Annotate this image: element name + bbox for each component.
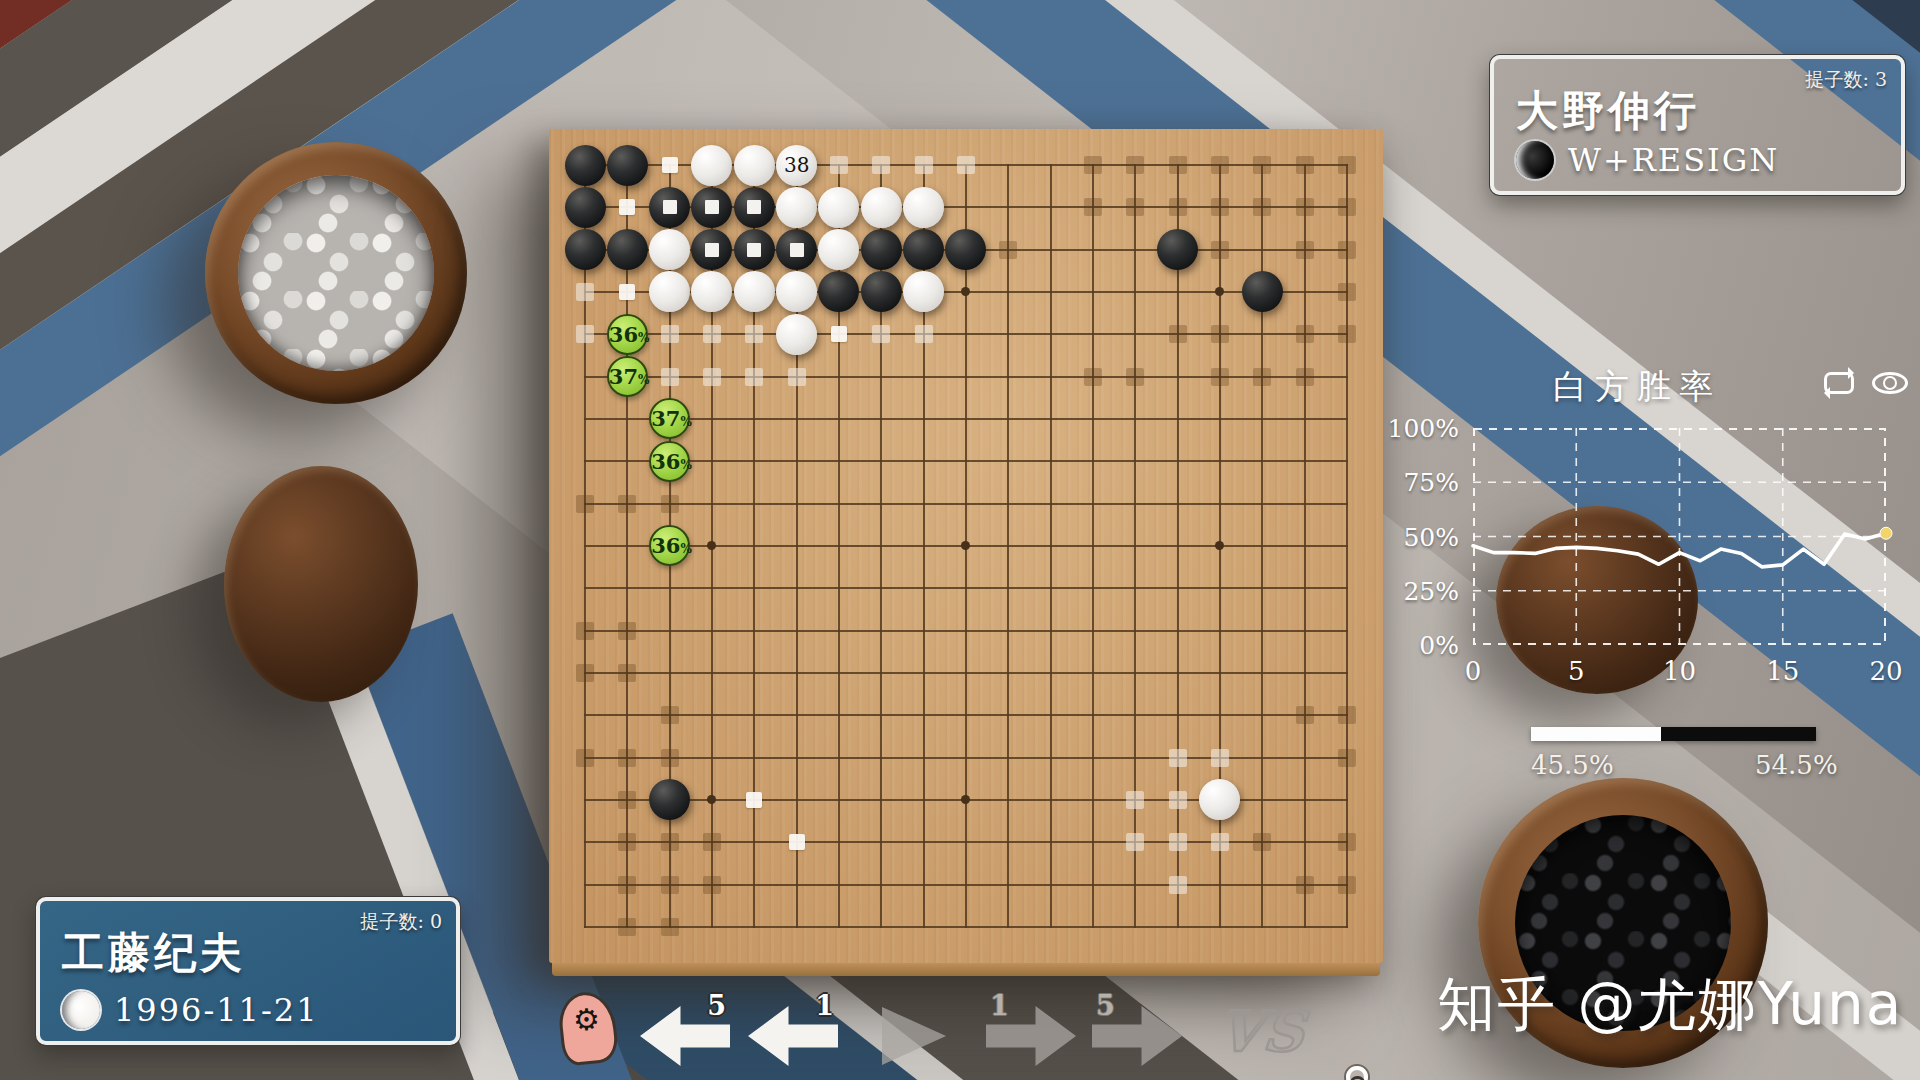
- star-point: [707, 541, 716, 550]
- x-tick-label: 5: [1554, 656, 1598, 686]
- white-point-mark: [619, 284, 635, 300]
- black-ownership-mark: [1169, 198, 1187, 216]
- black-ownership-mark: [618, 791, 636, 809]
- black-stone: [565, 229, 606, 270]
- black-ownership-mark: [1126, 198, 1144, 216]
- grid-line: [584, 587, 1348, 589]
- back-5-button[interactable]: 5: [640, 1006, 730, 1066]
- x-tick-label: 10: [1658, 656, 1702, 686]
- white-ownership-mark: [830, 156, 848, 174]
- black-ownership-mark: [1126, 368, 1144, 386]
- player-card-bottom: 提子数: 0 工藤纪夫 1996-11-21: [36, 897, 460, 1045]
- white-stone: [903, 271, 944, 312]
- chart-x-axis-labels: 05101520: [1473, 656, 1886, 688]
- black-ownership-mark: [1253, 198, 1271, 216]
- white-ownership-mark: [1169, 876, 1187, 894]
- white-point-mark: [789, 834, 805, 850]
- black-ownership-mark: [1338, 749, 1356, 767]
- star-point: [1215, 287, 1224, 296]
- player-name-bottom: 工藤纪夫: [62, 925, 246, 981]
- white-ownership-mark: [1126, 833, 1144, 851]
- black-ownership-mark: [1253, 368, 1271, 386]
- grid-line: [584, 841, 1348, 843]
- black-ownership-mark: [1338, 706, 1356, 724]
- white-ownership-mark: [872, 325, 890, 343]
- black-stone: [861, 229, 902, 270]
- ai-analysis-button[interactable]: ⚙: [558, 990, 620, 1068]
- black-stone-icon: [1516, 141, 1554, 179]
- white-stone: [691, 271, 732, 312]
- white-point-mark: [831, 326, 847, 342]
- white-point-mark: [746, 792, 762, 808]
- ai-suggestion[interactable]: 36%: [649, 441, 690, 482]
- black-ownership-mark: [576, 495, 594, 513]
- y-tick-label: 25%: [1377, 577, 1459, 606]
- grid-line: [1007, 164, 1009, 928]
- black-stone: [861, 271, 902, 312]
- ai-suggestion[interactable]: 37%: [607, 356, 648, 397]
- black-ownership-mark: [1296, 706, 1314, 724]
- black-ownership-mark: [999, 241, 1017, 259]
- square-mark: [747, 243, 761, 257]
- white-stone: [776, 314, 817, 355]
- white-stones-heap: [238, 175, 434, 371]
- white-ownership-mark: [1211, 833, 1229, 851]
- black-ownership-mark: [1296, 241, 1314, 259]
- white-stone: [691, 145, 732, 186]
- player-result-row: W+RESIGN: [1516, 141, 1779, 179]
- black-ownership-mark: [1169, 156, 1187, 174]
- pointer-hand-button[interactable]: [1328, 1066, 1392, 1080]
- black-stone: [565, 187, 606, 228]
- player-date-row: 1996-11-21: [62, 991, 319, 1029]
- grid-line: [1092, 164, 1094, 928]
- black-ownership-mark: [1211, 156, 1229, 174]
- white-stone: [649, 229, 690, 270]
- black-ownership-mark: [1296, 198, 1314, 216]
- grid-line: [1304, 164, 1306, 928]
- white-ownership-mark: [872, 156, 890, 174]
- y-tick-label: 100%: [1377, 414, 1459, 443]
- player-card-top: 提子数: 3 大野伸行 W+RESIGN: [1490, 55, 1905, 195]
- black-ownership-mark: [618, 876, 636, 894]
- back-1-button[interactable]: 1: [748, 1006, 838, 1066]
- black-ownership-mark: [1084, 156, 1102, 174]
- black-ownership-mark: [1296, 368, 1314, 386]
- forward-1-button[interactable]: 1: [986, 1006, 1076, 1066]
- star-point: [961, 287, 970, 296]
- black-ownership-mark: [1338, 283, 1356, 301]
- white-stone: [818, 229, 859, 270]
- black-stone: [1157, 229, 1198, 270]
- white-ownership-mark: [957, 156, 975, 174]
- grid-line: [1050, 164, 1052, 928]
- square-mark: [663, 200, 677, 214]
- x-tick-label: 15: [1761, 656, 1805, 686]
- watermark: 知乎 @尤娜Yuna: [1437, 966, 1903, 1044]
- black-ownership-mark: [618, 749, 636, 767]
- black-ownership-mark: [1211, 325, 1229, 343]
- black-ownership-mark: [1338, 241, 1356, 259]
- black-stone: [818, 271, 859, 312]
- white-ownership-mark: [745, 325, 763, 343]
- forward-1-label: 1: [990, 990, 1009, 1021]
- winrate-chart-title: 白方胜率: [1553, 364, 1721, 410]
- black-ownership-mark: [661, 749, 679, 767]
- y-tick-label: 75%: [1377, 468, 1459, 497]
- y-tick-label: 0%: [1377, 631, 1459, 660]
- white-ownership-mark: [661, 325, 679, 343]
- black-ownership-mark: [576, 622, 594, 640]
- black-ownership-mark: [703, 833, 721, 851]
- black-ownership-mark: [661, 876, 679, 894]
- white-stone-icon: [62, 991, 100, 1029]
- white-ownership-mark: [1126, 791, 1144, 809]
- ai-suggestion[interactable]: 36%: [607, 314, 648, 355]
- black-ownership-mark: [618, 918, 636, 936]
- white-stone: [1199, 779, 1240, 820]
- black-stone: [945, 229, 986, 270]
- white-ownership-mark: [915, 156, 933, 174]
- black-ownership-mark: [1296, 876, 1314, 894]
- white-stone: [734, 145, 775, 186]
- black-stone: [1242, 271, 1283, 312]
- winrate-bar-white: [1531, 727, 1661, 741]
- grid-line: [584, 714, 1348, 716]
- x-tick-label: 0: [1451, 656, 1495, 686]
- white-stone: [734, 271, 775, 312]
- black-ownership-mark: [661, 495, 679, 513]
- vs-compare-button[interactable]: VS: [1215, 998, 1310, 1064]
- black-ownership-mark: [1084, 198, 1102, 216]
- black-stone: [565, 145, 606, 186]
- grid-line: [584, 926, 1348, 928]
- gear-icon: ⚙: [573, 1002, 600, 1037]
- black-ownership-mark: [1253, 833, 1271, 851]
- black-ownership-mark: [1253, 156, 1271, 174]
- white-ownership-mark: [1211, 749, 1229, 767]
- star-point: [961, 795, 970, 804]
- white-ownership-mark: [703, 325, 721, 343]
- white-ownership-mark: [788, 368, 806, 386]
- black-ownership-mark: [1296, 156, 1314, 174]
- grid-line: [584, 884, 1348, 886]
- white-stones-bowl: [205, 142, 467, 404]
- eye-icon[interactable]: [1872, 372, 1908, 394]
- black-stone: [607, 145, 648, 186]
- black-ownership-mark: [1126, 156, 1144, 174]
- y-tick-label: 50%: [1377, 523, 1459, 552]
- winrate-bar: [1531, 727, 1816, 741]
- black-ownership-mark: [618, 495, 636, 513]
- black-ownership-mark: [618, 622, 636, 640]
- white-ownership-mark: [1169, 791, 1187, 809]
- white-point-mark: [662, 157, 678, 173]
- grid-line: [584, 757, 1348, 759]
- black-ownership-mark: [1338, 156, 1356, 174]
- black-ownership-mark: [1084, 368, 1102, 386]
- back-1-label: 1: [815, 990, 834, 1021]
- grid-line: [1134, 164, 1136, 928]
- ai-suggestion[interactable]: 37%: [649, 398, 690, 439]
- x-tick-label: 20: [1864, 656, 1908, 686]
- black-stone: [607, 229, 648, 270]
- black-ownership-mark: [1338, 876, 1356, 894]
- white-stone: [776, 187, 817, 228]
- player-name-top: 大野伸行: [1516, 83, 1700, 139]
- captures-count-bottom: 提子数: 0: [360, 909, 442, 935]
- game-result: W+RESIGN: [1568, 141, 1779, 179]
- go-board[interactable]: 3836%37%37%36%36%: [549, 129, 1383, 963]
- chart-y-axis-labels: 100%75%50%25%0%: [1381, 414, 1463, 664]
- grid-line: [584, 630, 1348, 632]
- grid-line: [1177, 164, 1179, 928]
- black-ownership-mark: [661, 918, 679, 936]
- game-date: 1996-11-21: [114, 991, 319, 1029]
- repeat-icon[interactable]: [1824, 372, 1854, 394]
- black-ownership-mark: [576, 749, 594, 767]
- black-ownership-mark: [576, 664, 594, 682]
- black-ownership-mark: [1338, 198, 1356, 216]
- back-5-label: 5: [707, 990, 726, 1021]
- black-stone: [903, 229, 944, 270]
- white-point-mark: [619, 199, 635, 215]
- square-mark: [705, 200, 719, 214]
- white-ownership-mark: [661, 368, 679, 386]
- white-stone: [903, 187, 944, 228]
- forward-5-button[interactable]: 5: [1092, 1006, 1182, 1066]
- bowl-lid-left: [224, 466, 418, 702]
- ai-suggestion[interactable]: 36%: [649, 525, 690, 566]
- black-ownership-mark: [661, 833, 679, 851]
- square-mark: [747, 200, 761, 214]
- white-stone: [649, 271, 690, 312]
- square-mark: [705, 243, 719, 257]
- black-ownership-mark: [618, 833, 636, 851]
- black-ownership-mark: [661, 706, 679, 724]
- square-mark: [790, 243, 804, 257]
- white-ownership-mark: [1169, 833, 1187, 851]
- black-ownership-mark: [1211, 368, 1229, 386]
- last-move-number: 38: [776, 145, 817, 186]
- black-stone: [649, 779, 690, 820]
- black-winrate-label: 54.5%: [1755, 750, 1838, 780]
- white-ownership-mark: [915, 325, 933, 343]
- star-point: [961, 541, 970, 550]
- white-ownership-mark: [576, 325, 594, 343]
- black-ownership-mark: [1211, 241, 1229, 259]
- white-stone: [818, 187, 859, 228]
- captures-count-top: 提子数: 3: [1805, 67, 1887, 93]
- black-ownership-mark: [1169, 325, 1187, 343]
- white-stone: [776, 271, 817, 312]
- white-winrate-label: 45.5%: [1531, 750, 1614, 780]
- white-ownership-mark: [703, 368, 721, 386]
- forward-5-label: 5: [1096, 990, 1115, 1021]
- grid-line: [584, 672, 1348, 674]
- black-ownership-mark: [618, 664, 636, 682]
- black-ownership-mark: [1211, 198, 1229, 216]
- black-ownership-mark: [1296, 325, 1314, 343]
- white-ownership-mark: [576, 283, 594, 301]
- white-ownership-mark: [745, 368, 763, 386]
- black-ownership-mark: [703, 876, 721, 894]
- star-point: [1215, 541, 1224, 550]
- white-ownership-mark: [1169, 749, 1187, 767]
- chart-toolbar: [1824, 372, 1908, 394]
- grid-line: [1346, 164, 1348, 928]
- black-ownership-mark: [1338, 325, 1356, 343]
- star-point: [707, 795, 716, 804]
- winrate-plot[interactable]: [1473, 428, 1886, 645]
- white-stone: [861, 187, 902, 228]
- black-ownership-mark: [1338, 833, 1356, 851]
